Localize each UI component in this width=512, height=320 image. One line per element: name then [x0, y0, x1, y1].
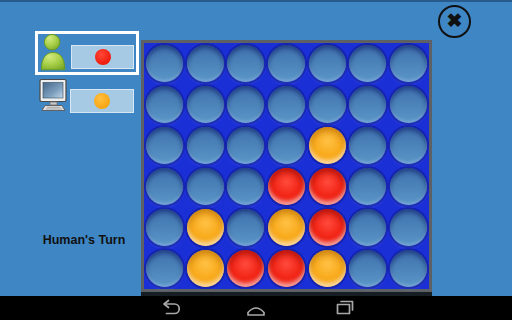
- computer-piece-bar: [70, 89, 134, 113]
- red-piece[interactable]: [309, 168, 346, 205]
- yellow-piece[interactable]: [187, 209, 224, 246]
- empty-cell[interactable]: [146, 250, 183, 287]
- empty-cell[interactable]: [390, 127, 427, 164]
- android-navbar: [0, 296, 512, 320]
- empty-cell[interactable]: [187, 45, 224, 82]
- empty-cell[interactable]: [227, 45, 264, 82]
- app-screen: ✖: [0, 0, 512, 320]
- empty-cell[interactable]: [227, 127, 264, 164]
- empty-cell[interactable]: [146, 127, 183, 164]
- empty-cell[interactable]: [227, 86, 264, 123]
- empty-cell[interactable]: [390, 209, 427, 246]
- game-board[interactable]: [141, 40, 432, 292]
- yellow-piece[interactable]: [187, 250, 224, 287]
- empty-cell[interactable]: [349, 45, 386, 82]
- red-piece[interactable]: [268, 250, 305, 287]
- red-piece[interactable]: [268, 168, 305, 205]
- player-row-computer[interactable]: [38, 78, 138, 116]
- empty-cell[interactable]: [390, 45, 427, 82]
- empty-cell[interactable]: [309, 86, 346, 123]
- empty-cell[interactable]: [146, 45, 183, 82]
- person-icon: [39, 33, 69, 71]
- empty-cell[interactable]: [390, 250, 427, 287]
- yellow-piece[interactable]: [268, 209, 305, 246]
- empty-cell[interactable]: [146, 209, 183, 246]
- empty-cell[interactable]: [187, 86, 224, 123]
- empty-cell[interactable]: [227, 168, 264, 205]
- human-piece-dot: [95, 49, 111, 65]
- player-row-human[interactable]: [35, 31, 139, 75]
- empty-cell[interactable]: [268, 127, 305, 164]
- empty-cell[interactable]: [227, 209, 264, 246]
- empty-cell[interactable]: [349, 209, 386, 246]
- turn-status: Human's Turn: [28, 233, 140, 247]
- empty-cell[interactable]: [349, 127, 386, 164]
- close-icon: ✖: [447, 11, 463, 30]
- empty-cell[interactable]: [146, 86, 183, 123]
- back-icon[interactable]: [157, 299, 183, 320]
- recents-icon[interactable]: [333, 299, 357, 320]
- red-piece[interactable]: [309, 209, 346, 246]
- home-icon[interactable]: [244, 299, 268, 320]
- yellow-piece[interactable]: [309, 250, 346, 287]
- empty-cell[interactable]: [349, 86, 386, 123]
- empty-cell[interactable]: [349, 168, 386, 205]
- empty-cell[interactable]: [146, 168, 183, 205]
- close-button[interactable]: ✖: [438, 5, 471, 38]
- empty-cell[interactable]: [187, 127, 224, 164]
- computer-piece-dot: [94, 93, 110, 109]
- empty-cell[interactable]: [268, 45, 305, 82]
- yellow-piece[interactable]: [309, 127, 346, 164]
- empty-cell[interactable]: [390, 86, 427, 123]
- empty-cell[interactable]: [349, 250, 386, 287]
- empty-cell[interactable]: [187, 168, 224, 205]
- computer-icon: [38, 78, 70, 115]
- red-piece[interactable]: [227, 250, 264, 287]
- empty-cell[interactable]: [390, 168, 427, 205]
- human-piece-bar: [71, 45, 134, 69]
- empty-cell[interactable]: [268, 86, 305, 123]
- empty-cell[interactable]: [309, 45, 346, 82]
